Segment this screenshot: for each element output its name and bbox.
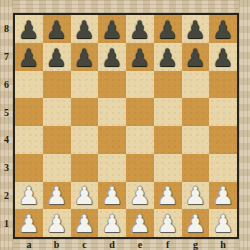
white-pawn: ♟ bbox=[46, 184, 68, 209]
rank-label-8: 8 bbox=[0, 15, 13, 43]
square-a1[interactable]: ♟ bbox=[15, 209, 43, 237]
square-f7[interactable]: ♟ bbox=[154, 43, 182, 71]
white-pawn: ♟ bbox=[18, 212, 40, 237]
square-g1[interactable]: ♟ bbox=[182, 209, 210, 237]
file-label-e: e bbox=[126, 238, 154, 250]
square-b8[interactable]: ♟ bbox=[43, 15, 71, 43]
file-label-g: g bbox=[182, 238, 210, 250]
black-pawn: ♟ bbox=[185, 46, 207, 71]
square-f8[interactable]: ♟ bbox=[154, 15, 182, 43]
square-c3[interactable] bbox=[71, 154, 99, 182]
board-frame-top bbox=[0, 0, 250, 13]
black-pawn: ♟ bbox=[46, 18, 68, 43]
white-pawn: ♟ bbox=[129, 212, 151, 237]
square-a2[interactable]: ♟ bbox=[15, 182, 43, 210]
square-c6[interactable] bbox=[71, 71, 99, 99]
square-d6[interactable] bbox=[98, 71, 126, 99]
square-h4[interactable] bbox=[209, 126, 237, 154]
square-f5[interactable] bbox=[154, 98, 182, 126]
square-e1[interactable]: ♟ bbox=[126, 209, 154, 237]
black-pawn: ♟ bbox=[157, 18, 179, 43]
black-pawn: ♟ bbox=[101, 18, 123, 43]
file-label-b: b bbox=[43, 238, 71, 250]
square-c5[interactable] bbox=[71, 98, 99, 126]
white-pawn: ♟ bbox=[157, 212, 179, 237]
square-h7[interactable]: ♟ bbox=[209, 43, 237, 71]
square-a6[interactable] bbox=[15, 71, 43, 99]
white-pawn: ♟ bbox=[129, 184, 151, 209]
square-c1[interactable]: ♟ bbox=[71, 209, 99, 237]
black-pawn: ♟ bbox=[101, 46, 123, 71]
white-pawn: ♟ bbox=[101, 184, 123, 209]
square-d4[interactable] bbox=[98, 126, 126, 154]
square-a4[interactable] bbox=[15, 126, 43, 154]
black-pawn: ♟ bbox=[129, 18, 151, 43]
white-pawn: ♟ bbox=[212, 212, 234, 237]
square-h5[interactable] bbox=[209, 98, 237, 126]
square-h2[interactable]: ♟ bbox=[209, 182, 237, 210]
file-label-c: c bbox=[71, 238, 99, 250]
white-pawn: ♟ bbox=[157, 184, 179, 209]
square-g7[interactable]: ♟ bbox=[182, 43, 210, 71]
square-b2[interactable]: ♟ bbox=[43, 182, 71, 210]
file-label-h: h bbox=[209, 238, 237, 250]
square-h3[interactable] bbox=[209, 154, 237, 182]
square-a8[interactable]: ♟ bbox=[15, 15, 43, 43]
rank-label-1: 1 bbox=[0, 209, 13, 237]
square-b4[interactable] bbox=[43, 126, 71, 154]
file-label-a: a bbox=[15, 238, 43, 250]
square-d8[interactable]: ♟ bbox=[98, 15, 126, 43]
square-c4[interactable] bbox=[71, 126, 99, 154]
white-pawn: ♟ bbox=[74, 212, 96, 237]
square-e7[interactable]: ♟ bbox=[126, 43, 154, 71]
square-a3[interactable] bbox=[15, 154, 43, 182]
black-pawn: ♟ bbox=[74, 46, 96, 71]
rank-label-2: 2 bbox=[0, 182, 13, 210]
square-h8[interactable]: ♟ bbox=[209, 15, 237, 43]
white-pawn: ♟ bbox=[74, 184, 96, 209]
rank-label-4: 4 bbox=[0, 126, 13, 154]
black-pawn: ♟ bbox=[18, 18, 40, 43]
square-e4[interactable] bbox=[126, 126, 154, 154]
square-d7[interactable]: ♟ bbox=[98, 43, 126, 71]
file-labels: abcdefgh bbox=[15, 238, 237, 250]
white-pawn: ♟ bbox=[101, 212, 123, 237]
file-label-f: f bbox=[154, 238, 182, 250]
white-pawn: ♟ bbox=[18, 184, 40, 209]
square-f1[interactable]: ♟ bbox=[154, 209, 182, 237]
square-f3[interactable] bbox=[154, 154, 182, 182]
square-f4[interactable] bbox=[154, 126, 182, 154]
square-b7[interactable]: ♟ bbox=[43, 43, 71, 71]
black-pawn: ♟ bbox=[212, 46, 234, 71]
square-b5[interactable] bbox=[43, 98, 71, 126]
square-e2[interactable]: ♟ bbox=[126, 182, 154, 210]
rank-label-7: 7 bbox=[0, 43, 13, 71]
square-e5[interactable] bbox=[126, 98, 154, 126]
white-pawn: ♟ bbox=[212, 184, 234, 209]
square-g5[interactable] bbox=[182, 98, 210, 126]
square-a5[interactable] bbox=[15, 98, 43, 126]
square-h1[interactable]: ♟ bbox=[209, 209, 237, 237]
square-b1[interactable]: ♟ bbox=[43, 209, 71, 237]
board-frame-right bbox=[239, 0, 250, 250]
black-pawn: ♟ bbox=[129, 46, 151, 71]
square-g6[interactable] bbox=[182, 71, 210, 99]
square-g8[interactable]: ♟ bbox=[182, 15, 210, 43]
square-e8[interactable]: ♟ bbox=[126, 15, 154, 43]
black-pawn: ♟ bbox=[212, 18, 234, 43]
square-h6[interactable] bbox=[209, 71, 237, 99]
square-c2[interactable]: ♟ bbox=[71, 182, 99, 210]
file-label-d: d bbox=[98, 238, 126, 250]
white-pawn: ♟ bbox=[185, 212, 207, 237]
square-e3[interactable] bbox=[126, 154, 154, 182]
rank-label-3: 3 bbox=[0, 154, 13, 182]
chess-board-app: 87654321 abcdefgh ♟♟♟♟♟♟♟♟♟♟♟♟♟♟♟♟♟♟♟♟♟♟… bbox=[0, 0, 250, 250]
black-pawn: ♟ bbox=[74, 18, 96, 43]
rank-label-6: 6 bbox=[0, 71, 13, 99]
square-d1[interactable]: ♟ bbox=[98, 209, 126, 237]
square-d2[interactable]: ♟ bbox=[98, 182, 126, 210]
square-c8[interactable]: ♟ bbox=[71, 15, 99, 43]
black-pawn: ♟ bbox=[157, 46, 179, 71]
square-b6[interactable] bbox=[43, 71, 71, 99]
square-c7[interactable]: ♟ bbox=[71, 43, 99, 71]
square-f6[interactable] bbox=[154, 71, 182, 99]
square-a7[interactable]: ♟ bbox=[15, 43, 43, 71]
square-f2[interactable]: ♟ bbox=[154, 182, 182, 210]
square-b3[interactable] bbox=[43, 154, 71, 182]
square-g3[interactable] bbox=[182, 154, 210, 182]
square-e6[interactable] bbox=[126, 71, 154, 99]
black-pawn: ♟ bbox=[46, 46, 68, 71]
black-pawn: ♟ bbox=[185, 18, 207, 43]
square-g2[interactable]: ♟ bbox=[182, 182, 210, 210]
square-d5[interactable] bbox=[98, 98, 126, 126]
black-pawn: ♟ bbox=[18, 46, 40, 71]
chess-board: ♟♟♟♟♟♟♟♟♟♟♟♟♟♟♟♟♟♟♟♟♟♟♟♟♟♟♟♟♟♟♟♟ bbox=[13, 13, 239, 239]
white-pawn: ♟ bbox=[46, 212, 68, 237]
square-d3[interactable] bbox=[98, 154, 126, 182]
white-pawn: ♟ bbox=[185, 184, 207, 209]
rank-label-5: 5 bbox=[0, 98, 13, 126]
square-g4[interactable] bbox=[182, 126, 210, 154]
rank-labels: 87654321 bbox=[0, 15, 13, 237]
